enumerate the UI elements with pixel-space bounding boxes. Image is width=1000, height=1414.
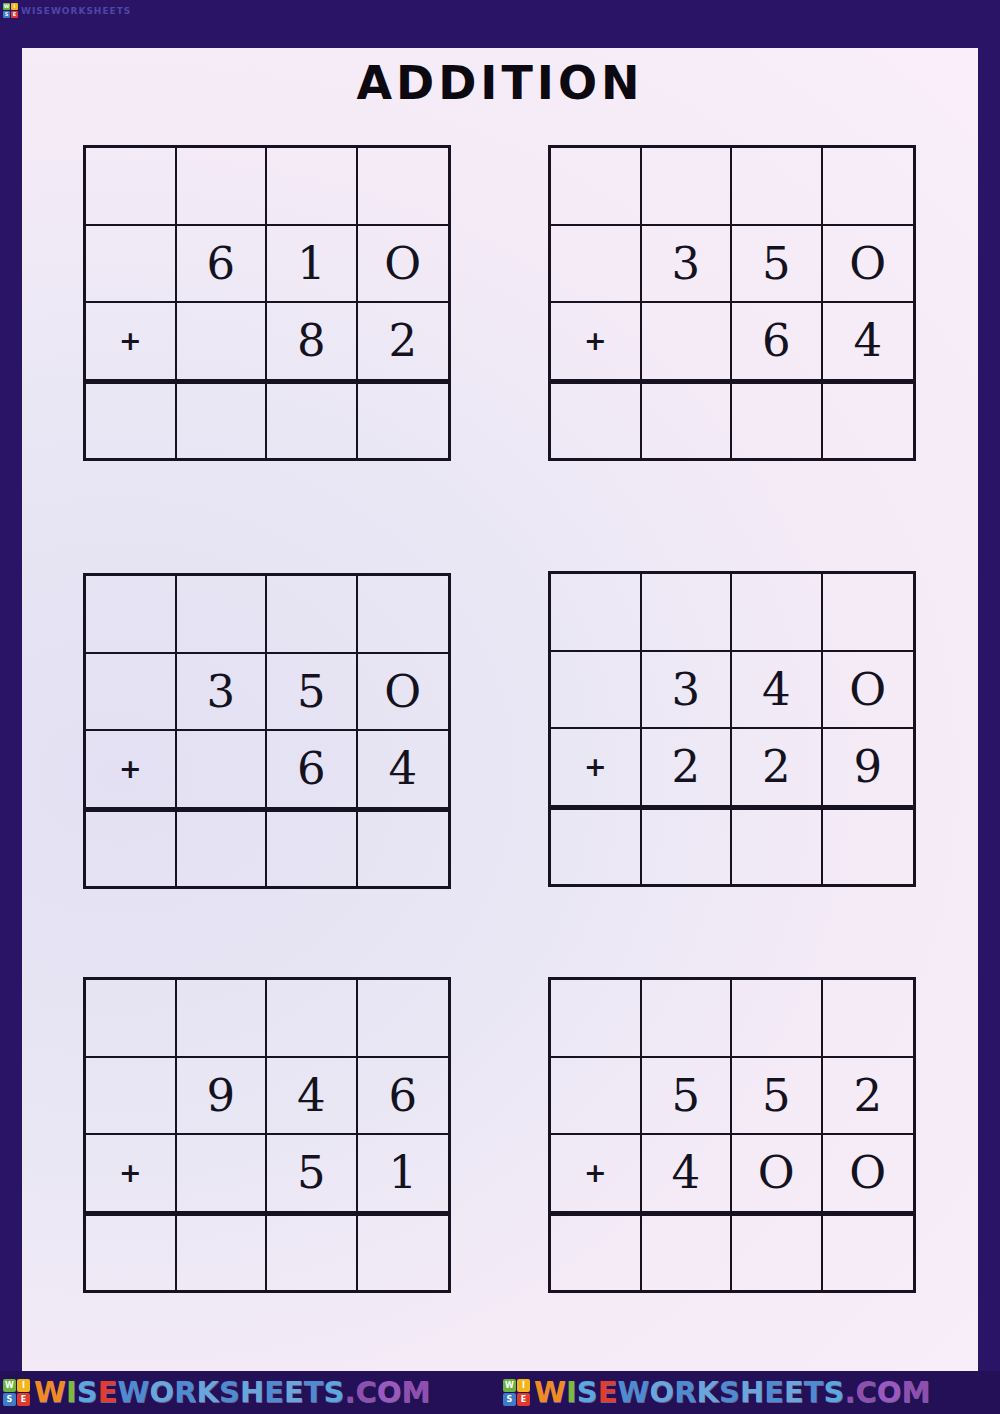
digit-cell: 5 bbox=[732, 226, 823, 304]
empty-cell[interactable] bbox=[551, 1058, 642, 1136]
empty-cell[interactable] bbox=[823, 807, 914, 885]
brand-letter: C bbox=[856, 1375, 877, 1409]
empty-cell[interactable] bbox=[177, 809, 268, 887]
empty-cell[interactable] bbox=[177, 576, 268, 654]
brand-letter: K bbox=[697, 1375, 719, 1409]
empty-cell[interactable] bbox=[86, 381, 177, 459]
brand-letter: S bbox=[719, 1375, 740, 1409]
empty-cell[interactable] bbox=[267, 576, 358, 654]
wiseworksheets-logo-icon: WISE bbox=[503, 1379, 530, 1406]
plus-sign-cell: + bbox=[551, 303, 642, 381]
brand-letter: H bbox=[240, 1375, 264, 1409]
empty-cell[interactable] bbox=[551, 381, 642, 459]
brand-letter: I bbox=[566, 1375, 577, 1409]
empty-cell[interactable] bbox=[177, 148, 268, 226]
empty-cell[interactable] bbox=[642, 1213, 733, 1291]
empty-cell[interactable] bbox=[823, 1213, 914, 1291]
empty-cell[interactable] bbox=[642, 303, 733, 381]
empty-cell[interactable] bbox=[267, 809, 358, 887]
logo-square: E bbox=[11, 11, 18, 18]
brand-letter: R bbox=[674, 1375, 696, 1409]
top-brand-text: WISEWORKSHEETS bbox=[21, 6, 131, 16]
brand-letter: M bbox=[901, 1375, 930, 1409]
footer-brand-1: WISEWISEWORKSHEETS.COM bbox=[0, 1378, 500, 1407]
addition-grid-4: 34O+229 bbox=[548, 571, 916, 887]
empty-cell[interactable] bbox=[358, 1213, 449, 1291]
addition-grid-6: 552+4OO bbox=[548, 977, 916, 1293]
brand-letter: . bbox=[844, 1375, 855, 1409]
brand-letter: H bbox=[740, 1375, 764, 1409]
empty-cell[interactable] bbox=[642, 980, 733, 1058]
empty-cell[interactable] bbox=[732, 1213, 823, 1291]
digit-cell: 1 bbox=[267, 226, 358, 304]
brand-letter: S bbox=[77, 1375, 98, 1409]
empty-cell[interactable] bbox=[267, 980, 358, 1058]
brand-letter: O bbox=[377, 1375, 402, 1409]
empty-cell[interactable] bbox=[551, 980, 642, 1058]
empty-cell[interactable] bbox=[551, 807, 642, 885]
empty-cell[interactable] bbox=[267, 381, 358, 459]
brand-letter: W bbox=[34, 1375, 66, 1409]
digit-cell: O bbox=[823, 226, 914, 304]
empty-cell[interactable] bbox=[267, 148, 358, 226]
footer-brand-2: WISEWISEWORKSHEETS.COM bbox=[500, 1378, 1000, 1407]
brand-wordmark: WISEWORKSHEETS.COM bbox=[534, 1378, 930, 1407]
digit-cell: O bbox=[823, 1135, 914, 1213]
plus-sign-cell: + bbox=[551, 1135, 642, 1213]
digit-cell: 2 bbox=[823, 1058, 914, 1136]
empty-cell[interactable] bbox=[177, 381, 268, 459]
empty-cell[interactable] bbox=[642, 381, 733, 459]
brand-letter: O bbox=[877, 1375, 902, 1409]
footer-brand-strip: WISEWISEWORKSHEETS.COM WISEWISEWORKSHEET… bbox=[0, 1371, 1000, 1414]
digit-cell: 5 bbox=[267, 654, 358, 732]
digit-cell: O bbox=[358, 654, 449, 732]
empty-cell[interactable] bbox=[358, 381, 449, 459]
empty-cell[interactable] bbox=[642, 807, 733, 885]
addition-grid-2: 35O+64 bbox=[548, 145, 916, 461]
digit-cell: 4 bbox=[732, 652, 823, 730]
brand-letter: E bbox=[764, 1375, 784, 1409]
empty-cell[interactable] bbox=[177, 303, 268, 381]
empty-cell[interactable] bbox=[823, 980, 914, 1058]
brand-letter: E bbox=[284, 1375, 304, 1409]
digit-cell: O bbox=[732, 1135, 823, 1213]
empty-cell[interactable] bbox=[86, 1058, 177, 1136]
logo-square: W bbox=[3, 1379, 16, 1392]
plus-sign-cell: + bbox=[86, 303, 177, 381]
empty-cell[interactable] bbox=[86, 148, 177, 226]
digit-cell: 4 bbox=[358, 731, 449, 809]
logo-square: I bbox=[517, 1379, 530, 1392]
digit-cell: 3 bbox=[642, 652, 733, 730]
plus-sign-cell: + bbox=[86, 1135, 177, 1213]
empty-cell[interactable] bbox=[177, 731, 268, 809]
empty-cell[interactable] bbox=[86, 980, 177, 1058]
plus-sign-cell: + bbox=[86, 731, 177, 809]
logo-square: S bbox=[3, 1393, 16, 1406]
brand-letter: I bbox=[66, 1375, 77, 1409]
top-corner-brand: WISE WISEWORKSHEETS bbox=[3, 3, 131, 18]
brand-letter: S bbox=[324, 1375, 345, 1409]
brand-letter: W bbox=[118, 1375, 150, 1409]
wiseworksheets-logo-icon: WISE bbox=[3, 1379, 30, 1406]
brand-letter: S bbox=[219, 1375, 240, 1409]
brand-letter: . bbox=[344, 1375, 355, 1409]
empty-cell[interactable] bbox=[358, 576, 449, 654]
addition-grid-1: 61O+82 bbox=[83, 145, 451, 461]
empty-cell[interactable] bbox=[551, 226, 642, 304]
empty-cell[interactable] bbox=[86, 654, 177, 732]
digit-cell: O bbox=[823, 652, 914, 730]
digit-cell: O bbox=[358, 226, 449, 304]
empty-cell[interactable] bbox=[642, 148, 733, 226]
digit-cell: 4 bbox=[642, 1135, 733, 1213]
digit-cell: 3 bbox=[177, 654, 268, 732]
empty-cell[interactable] bbox=[177, 980, 268, 1058]
digit-cell: 9 bbox=[823, 729, 914, 807]
digit-cell: 8 bbox=[267, 303, 358, 381]
empty-cell[interactable] bbox=[86, 809, 177, 887]
digit-cell: 4 bbox=[823, 303, 914, 381]
brand-letter: R bbox=[174, 1375, 196, 1409]
digit-cell: 2 bbox=[358, 303, 449, 381]
brand-letter: C bbox=[356, 1375, 377, 1409]
digit-cell: 2 bbox=[732, 729, 823, 807]
empty-cell[interactable] bbox=[551, 148, 642, 226]
empty-cell[interactable] bbox=[732, 980, 823, 1058]
digit-cell: 1 bbox=[358, 1135, 449, 1213]
brand-letter: S bbox=[824, 1375, 845, 1409]
logo-square: W bbox=[503, 1379, 516, 1392]
empty-cell[interactable] bbox=[267, 1213, 358, 1291]
wiseworksheets-logo-icon: WISE bbox=[3, 3, 18, 18]
digit-cell: 6 bbox=[267, 731, 358, 809]
empty-cell[interactable] bbox=[823, 574, 914, 652]
logo-square: I bbox=[11, 3, 18, 10]
addition-grid-5: 946+51 bbox=[83, 977, 451, 1293]
digit-cell: 6 bbox=[177, 226, 268, 304]
empty-cell[interactable] bbox=[86, 1213, 177, 1291]
empty-cell[interactable] bbox=[177, 1135, 268, 1213]
digit-cell: 3 bbox=[642, 226, 733, 304]
empty-cell[interactable] bbox=[358, 980, 449, 1058]
empty-cell[interactable] bbox=[732, 148, 823, 226]
addition-grid-3: 35O+64 bbox=[83, 573, 451, 889]
digit-cell: 6 bbox=[732, 303, 823, 381]
empty-cell[interactable] bbox=[551, 652, 642, 730]
empty-cell[interactable] bbox=[86, 576, 177, 654]
brand-letter: E bbox=[784, 1375, 804, 1409]
digit-cell: 2 bbox=[642, 729, 733, 807]
empty-cell[interactable] bbox=[177, 1213, 268, 1291]
digit-cell: 5 bbox=[732, 1058, 823, 1136]
empty-cell[interactable] bbox=[823, 148, 914, 226]
plus-sign-cell: + bbox=[551, 729, 642, 807]
logo-square: E bbox=[517, 1393, 530, 1406]
logo-square: S bbox=[3, 11, 10, 18]
digit-cell: 9 bbox=[177, 1058, 268, 1136]
brand-letter: W bbox=[534, 1375, 566, 1409]
digit-cell: 4 bbox=[267, 1058, 358, 1136]
logo-square: E bbox=[17, 1393, 30, 1406]
digit-cell: 5 bbox=[267, 1135, 358, 1213]
brand-letter: T bbox=[804, 1375, 824, 1409]
empty-cell[interactable] bbox=[86, 226, 177, 304]
logo-square: I bbox=[17, 1379, 30, 1392]
brand-letter: S bbox=[577, 1375, 598, 1409]
page-title: ADDITION bbox=[22, 60, 978, 106]
brand-letter: T bbox=[304, 1375, 324, 1409]
digit-cell: 5 bbox=[642, 1058, 733, 1136]
empty-cell[interactable] bbox=[642, 574, 733, 652]
logo-square: W bbox=[3, 3, 10, 10]
brand-letter: O bbox=[150, 1375, 175, 1409]
brand-letter: E bbox=[264, 1375, 284, 1409]
brand-letter: E bbox=[598, 1375, 618, 1409]
brand-letter: E bbox=[98, 1375, 118, 1409]
empty-cell[interactable] bbox=[732, 807, 823, 885]
brand-letter: M bbox=[401, 1375, 430, 1409]
empty-cell[interactable] bbox=[551, 1213, 642, 1291]
empty-cell[interactable] bbox=[358, 148, 449, 226]
empty-cell[interactable] bbox=[551, 574, 642, 652]
brand-wordmark: WISEWORKSHEETS.COM bbox=[34, 1378, 430, 1407]
brand-letter: O bbox=[650, 1375, 675, 1409]
digit-cell: 6 bbox=[358, 1058, 449, 1136]
worksheet-page: ADDITION 61O+82 35O+64 35O+64 34O+229 94… bbox=[22, 48, 978, 1373]
empty-cell[interactable] bbox=[732, 381, 823, 459]
brand-letter: W bbox=[618, 1375, 650, 1409]
logo-square: S bbox=[503, 1393, 516, 1406]
empty-cell[interactable] bbox=[823, 381, 914, 459]
empty-cell[interactable] bbox=[358, 809, 449, 887]
brand-letter: K bbox=[197, 1375, 219, 1409]
empty-cell[interactable] bbox=[732, 574, 823, 652]
